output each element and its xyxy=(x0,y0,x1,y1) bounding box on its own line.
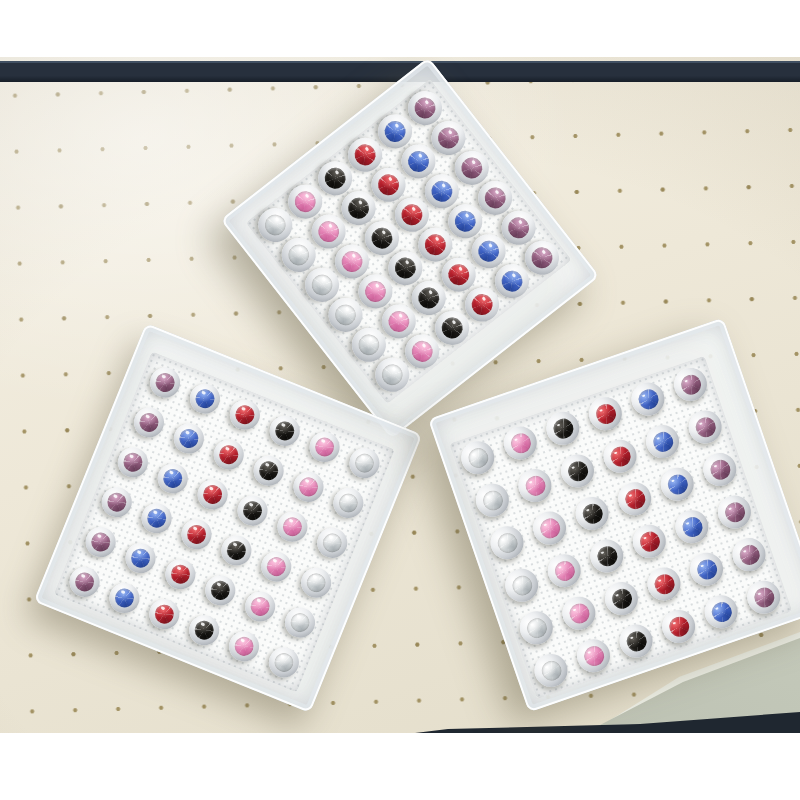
gem-clear-white xyxy=(509,573,534,598)
gem-purple-amethyst xyxy=(722,499,747,524)
stud-blue-sapphire xyxy=(686,548,728,590)
stud-black xyxy=(542,407,584,449)
stud-clear-white xyxy=(515,607,557,649)
gem-red xyxy=(607,444,632,469)
stud-blue-sapphire xyxy=(700,591,742,633)
stud-black xyxy=(600,578,642,620)
gem-pink xyxy=(537,515,562,540)
stud-purple-amethyst xyxy=(728,534,770,576)
stud-red xyxy=(628,520,670,562)
gem-blue-sapphire xyxy=(708,599,733,624)
stud-pink xyxy=(529,507,571,549)
stud-red xyxy=(643,563,685,605)
gem-black xyxy=(565,458,590,483)
tray-right_box xyxy=(428,318,800,713)
stud-clear-white xyxy=(530,649,572,691)
stud-pink xyxy=(514,465,556,507)
gem-clear-white xyxy=(480,487,505,512)
gem-pink xyxy=(522,473,547,498)
stud-red xyxy=(614,478,656,520)
gem-red xyxy=(666,614,691,639)
gem-clear-white xyxy=(465,445,490,470)
stud-pink xyxy=(543,550,585,592)
product-photo-canvas xyxy=(0,0,800,800)
stud-black xyxy=(557,450,599,492)
gem-clear-white xyxy=(538,658,563,683)
stud-blue-sapphire xyxy=(671,506,713,548)
stud-black xyxy=(571,492,613,534)
gem-purple-amethyst xyxy=(736,542,761,567)
gem-purple-amethyst xyxy=(707,457,732,482)
gem-red xyxy=(637,529,662,554)
gem-pink xyxy=(581,643,606,668)
stud-black xyxy=(615,620,657,662)
stud-purple-amethyst xyxy=(713,491,755,533)
stud-black xyxy=(586,535,628,577)
gem-blue-sapphire xyxy=(650,429,675,454)
gem-red xyxy=(622,486,647,511)
gem-pink xyxy=(552,558,577,583)
stud-red xyxy=(658,605,700,647)
gem-blue-sapphire xyxy=(679,514,704,539)
gem-pink xyxy=(508,430,533,455)
gem-black xyxy=(609,586,634,611)
gem-blue-sapphire xyxy=(665,471,690,496)
stud-clear-white xyxy=(486,522,528,564)
stud-clear-white xyxy=(457,437,499,479)
gem-clear-white xyxy=(524,615,549,640)
stud-pink xyxy=(499,422,541,464)
gem-black xyxy=(623,628,648,653)
gem-purple-amethyst xyxy=(751,584,776,609)
stud-blue-sapphire xyxy=(656,463,698,505)
gem-blue-sapphire xyxy=(694,557,719,582)
stud-pink xyxy=(558,592,600,634)
stud-grid-right_box xyxy=(449,356,792,699)
stud-blue-sapphire xyxy=(642,421,684,463)
gem-blue-sapphire xyxy=(635,386,660,411)
gem-red xyxy=(593,401,618,426)
stud-purple-amethyst xyxy=(699,449,741,491)
stud-purple-amethyst xyxy=(684,406,726,448)
white-letterbox-top xyxy=(0,0,800,57)
stud-red xyxy=(599,435,641,477)
stud-pink xyxy=(573,635,615,677)
foam-insert xyxy=(449,356,792,699)
stud-red xyxy=(584,393,626,435)
gem-black xyxy=(594,543,619,568)
gem-black xyxy=(579,501,604,526)
tray-wrapper-right_box xyxy=(0,57,800,733)
photo-area xyxy=(0,57,800,733)
stud-clear-white xyxy=(501,564,543,606)
white-letterbox-bottom xyxy=(0,733,800,800)
gem-black xyxy=(550,416,575,441)
stud-purple-amethyst xyxy=(670,363,712,405)
gem-red xyxy=(651,571,676,596)
stud-blue-sapphire xyxy=(627,378,669,420)
gem-pink xyxy=(566,600,591,625)
stud-purple-amethyst xyxy=(743,576,785,618)
stud-clear-white xyxy=(471,479,513,521)
gem-purple-amethyst xyxy=(692,414,717,439)
gem-clear-white xyxy=(494,530,519,555)
gem-purple-amethyst xyxy=(678,372,703,397)
